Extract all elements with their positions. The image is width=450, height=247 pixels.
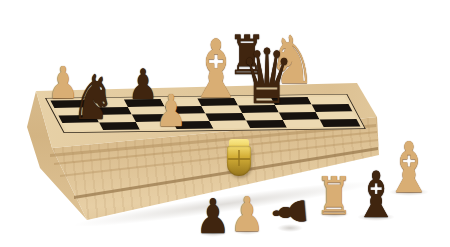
black-pawn-table: ♟ xyxy=(196,192,230,240)
black-queen-board: ♛ xyxy=(240,39,295,115)
white-pawn-table: ♟ xyxy=(230,190,264,238)
white-rook-table: ♜ xyxy=(315,170,352,222)
black-pawn-lying: ♟ xyxy=(267,194,314,229)
board-square xyxy=(320,119,361,127)
board-square xyxy=(209,120,250,128)
white-pawn-board-mid: ♟ xyxy=(155,89,187,133)
white-bishop-board: ♝ xyxy=(187,30,244,110)
black-bishop-table: ♝ xyxy=(353,163,399,227)
black-pawn-board: ♟ xyxy=(128,64,158,106)
black-knight-board: ♞ xyxy=(71,67,115,129)
clasp-slot-line xyxy=(238,150,240,166)
chess-set-product-photo: ♟♞♟♟♝♜♛♞♟♟♟♜♝♝ xyxy=(0,0,450,247)
